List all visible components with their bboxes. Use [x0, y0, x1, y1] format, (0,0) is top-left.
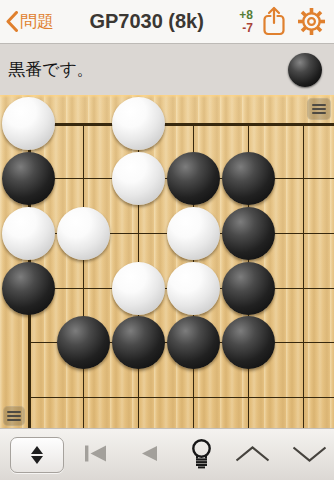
white-stone: [112, 152, 165, 205]
black-stone: [222, 152, 275, 205]
board-point-C3[interactable]: [111, 206, 166, 261]
board-point-F4[interactable]: [276, 261, 331, 316]
board-point-D5[interactable]: [166, 315, 221, 370]
back-label: 問題: [20, 10, 54, 33]
board-point-A1[interactable]: [2, 97, 57, 152]
white-stone: [112, 97, 165, 150]
board-point-C6[interactable]: [111, 370, 166, 425]
board-point-C4[interactable]: [111, 261, 166, 316]
board-menu-handle-top-right[interactable]: [307, 98, 331, 120]
status-bar: 黒番です。: [0, 44, 334, 95]
nav-bar: 問題 GP7030 (8k) +8 -7: [0, 0, 334, 44]
board-point-D1[interactable]: [166, 97, 221, 152]
share-button[interactable]: [261, 6, 287, 37]
white-stone: [57, 207, 110, 260]
menu-bar-line: [7, 415, 21, 417]
menu-bar-line: [312, 104, 326, 106]
board-point-E1[interactable]: [221, 97, 276, 152]
skip-to-start-icon: [83, 444, 108, 463]
board-point-F2[interactable]: [276, 151, 331, 206]
skip-to-start-button[interactable]: [83, 444, 108, 463]
menu-bar-line: [7, 411, 21, 413]
step-back-button[interactable]: [140, 445, 159, 462]
board-point-E4[interactable]: [221, 261, 276, 316]
board-point-A2[interactable]: [2, 151, 57, 206]
board-point-A3[interactable]: [2, 206, 57, 261]
score-minus: -7: [242, 22, 253, 35]
black-stone: [222, 262, 275, 315]
chevron-up-icon: [235, 446, 270, 462]
toolbar: [0, 428, 334, 480]
page-title: GP7030 (8k): [54, 10, 239, 33]
black-stone: [167, 152, 220, 205]
white-stone: [112, 262, 165, 315]
board-point-B6[interactable]: [56, 370, 111, 425]
turn-indicator-black-stone: [288, 53, 322, 87]
triangle-up-icon: [31, 446, 43, 454]
move-stepper-button[interactable]: [10, 437, 64, 473]
board-point-B2[interactable]: [56, 151, 111, 206]
white-stone: [167, 262, 220, 315]
board-point-C2[interactable]: [111, 151, 166, 206]
lightbulb-icon: [188, 438, 215, 469]
board-point-C1[interactable]: [111, 97, 166, 152]
board-point-D2[interactable]: [166, 151, 221, 206]
black-stone: [222, 207, 275, 260]
board-point-D4[interactable]: [166, 261, 221, 316]
board-point-B3[interactable]: [56, 206, 111, 261]
prev-problem-button[interactable]: [235, 446, 270, 462]
black-stone: [57, 316, 110, 369]
gear-icon: [295, 5, 328, 38]
back-button[interactable]: 問題: [6, 10, 54, 33]
board-menu-handle-bottom-left[interactable]: [3, 406, 25, 426]
triangle-down-icon: [31, 456, 43, 464]
menu-bar-line: [7, 419, 21, 421]
board-point-E6[interactable]: [221, 370, 276, 425]
board-point-F5[interactable]: [276, 315, 331, 370]
next-problem-button[interactable]: [292, 446, 327, 462]
board-point-C5[interactable]: [111, 315, 166, 370]
board-point-A4[interactable]: [2, 261, 57, 316]
back-arrow-icon: [140, 445, 159, 462]
board-point-B4[interactable]: [56, 261, 111, 316]
white-stone: [167, 207, 220, 260]
board-point-D3[interactable]: [166, 206, 221, 261]
menu-bar-line: [312, 112, 326, 114]
go-board: [0, 95, 334, 428]
black-stone: [2, 262, 55, 315]
board-point-F3[interactable]: [276, 206, 331, 261]
black-stone: [112, 316, 165, 369]
black-stone: [2, 152, 55, 205]
back-chevron-icon: [6, 11, 18, 32]
menu-bar-line: [312, 108, 326, 110]
board-point-E2[interactable]: [221, 151, 276, 206]
board-point-D6[interactable]: [166, 370, 221, 425]
board-point-B1[interactable]: [56, 97, 111, 152]
turn-message: 黒番です。: [8, 58, 94, 81]
score-plus: +8: [239, 9, 253, 22]
board-point-F6[interactable]: [276, 370, 331, 425]
board-point-A5[interactable]: [2, 315, 57, 370]
board-point-E5[interactable]: [221, 315, 276, 370]
board-point-B5[interactable]: [56, 315, 111, 370]
board-point-E3[interactable]: [221, 206, 276, 261]
score-indicator: +8 -7: [239, 9, 253, 35]
black-stone: [222, 316, 275, 369]
hint-button[interactable]: [188, 438, 215, 469]
board-grid: [2, 97, 331, 425]
white-stone: [2, 207, 55, 260]
settings-button[interactable]: [295, 5, 328, 38]
app-screen: 問題 GP7030 (8k) +8 -7: [0, 0, 334, 480]
black-stone: [167, 316, 220, 369]
white-stone: [2, 97, 55, 150]
chevron-down-icon: [292, 446, 327, 462]
share-icon: [261, 6, 287, 37]
